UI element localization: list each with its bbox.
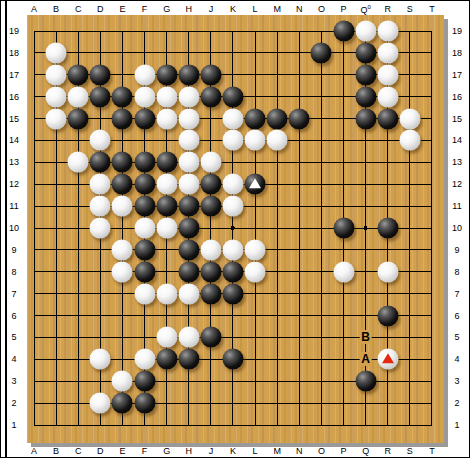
- row-label-right-8: 8: [454, 267, 459, 276]
- white-stone-E3: [112, 371, 133, 392]
- column-label-bottom-J: J: [209, 447, 214, 456]
- point-letter-A: A: [359, 352, 372, 366]
- row-label-right-16: 16: [452, 92, 462, 101]
- black-stone-C15: [68, 108, 89, 129]
- row-label-left-16: 16: [9, 92, 19, 101]
- white-stone-H7: [178, 283, 199, 304]
- black-stone-E12: [112, 174, 133, 195]
- black-stone-R10: [377, 218, 398, 239]
- row-label-left-2: 2: [11, 399, 16, 408]
- black-stone-C17: [68, 64, 89, 85]
- white-stone-H12: [178, 174, 199, 195]
- black-stone-H8: [178, 261, 199, 282]
- row-label-left-4: 4: [11, 355, 16, 364]
- white-stone-G7: [156, 283, 177, 304]
- black-stone-F3: [134, 371, 155, 392]
- column-label-bottom-C: C: [75, 447, 82, 456]
- black-stone-J12: [200, 174, 221, 195]
- black-stone-L15: [245, 108, 266, 129]
- column-label-top-G: G: [163, 5, 170, 14]
- white-stone-K15: [222, 108, 243, 129]
- column-label-bottom-B: B: [53, 447, 59, 456]
- black-stone-Q18: [355, 42, 376, 63]
- column-label-bottom-R: R: [385, 447, 392, 456]
- black-stone-H9: [178, 239, 199, 260]
- black-stone-H10: [178, 218, 199, 239]
- white-stone-R8: [377, 261, 398, 282]
- column-label-top-K: K: [230, 5, 236, 14]
- white-stone-C13: [68, 152, 89, 173]
- white-stone-F16: [134, 86, 155, 107]
- white-stone-D2: [90, 393, 111, 414]
- black-stone-G17: [156, 64, 177, 85]
- white-stone-L14: [245, 130, 266, 151]
- row-label-right-3: 3: [454, 377, 459, 386]
- white-stone-K14: [222, 130, 243, 151]
- black-stone-G4: [156, 349, 177, 370]
- white-stone-F10: [134, 218, 155, 239]
- white-stone-C16: [68, 86, 89, 107]
- column-label-bottom-Q: Q: [362, 447, 369, 456]
- column-label-bottom-D: D: [97, 447, 104, 456]
- white-stone-D11: [90, 196, 111, 217]
- black-stone-R6: [377, 305, 398, 326]
- row-label-right-17: 17: [452, 70, 462, 79]
- white-stone-G15: [156, 108, 177, 129]
- white-stone-B15: [46, 108, 67, 129]
- white-stone-G12: [156, 174, 177, 195]
- black-stone-E2: [112, 393, 133, 414]
- black-stone-Q3: [355, 371, 376, 392]
- white-stone-R16: [377, 86, 398, 107]
- black-stone-Q17: [355, 64, 376, 85]
- row-label-right-1: 1: [454, 421, 459, 430]
- column-label-top-R: R: [385, 5, 392, 14]
- column-label-top-B: B: [53, 5, 59, 14]
- row-label-right-7: 7: [454, 289, 459, 298]
- row-label-left-10: 10: [9, 224, 19, 233]
- white-stone-D12: [90, 174, 111, 195]
- white-stone-E11: [112, 196, 133, 217]
- black-stone-N15: [289, 108, 310, 129]
- black-stone-K4: [222, 349, 243, 370]
- white-stone-J13: [200, 152, 221, 173]
- row-label-right-12: 12: [452, 180, 462, 189]
- row-label-right-18: 18: [452, 48, 462, 57]
- white-stone-H5: [178, 327, 199, 348]
- column-label-bottom-M: M: [273, 447, 281, 456]
- white-stone-G16: [156, 86, 177, 107]
- row-label-left-12: 12: [9, 180, 19, 189]
- white-stone-B18: [46, 42, 67, 63]
- white-stone-L8: [245, 261, 266, 282]
- black-stone-F12: [134, 174, 155, 195]
- triangle-mark-R4: [382, 354, 394, 364]
- black-stone-P19: [333, 21, 354, 42]
- black-stone-J16: [200, 86, 221, 107]
- frame-left-border: [5, 1, 7, 457]
- row-label-right-19: 19: [452, 27, 462, 36]
- row-label-right-4: 4: [454, 355, 459, 364]
- go-diagram-screenshot: ABCDEFGHJKLMNOPQ0RST ABCDEFGHJKLMNOPQRST…: [0, 0, 470, 458]
- column-label-top-P: P: [341, 5, 347, 14]
- white-stone-D10: [90, 218, 111, 239]
- column-label-top-D: D: [97, 5, 104, 14]
- row-label-left-17: 17: [9, 70, 19, 79]
- column-label-bottom-G: G: [163, 447, 170, 456]
- black-stone-J5: [200, 327, 221, 348]
- row-label-left-7: 7: [11, 289, 16, 298]
- column-label-top-L: L: [253, 5, 258, 14]
- white-stone-E8: [112, 261, 133, 282]
- black-stone-F8: [134, 261, 155, 282]
- black-stone-O18: [311, 42, 332, 63]
- column-label-bottom-T: T: [429, 447, 435, 456]
- black-stone-R15: [377, 108, 398, 129]
- column-label-bottom-O: O: [318, 447, 325, 456]
- black-stone-E13: [112, 152, 133, 173]
- black-stone-H4: [178, 349, 199, 370]
- row-label-right-10: 10: [452, 224, 462, 233]
- white-stone-F7: [134, 283, 155, 304]
- black-stone-H11: [178, 196, 199, 217]
- row-label-left-19: 19: [9, 27, 19, 36]
- row-label-left-15: 15: [9, 114, 19, 123]
- row-label-right-11: 11: [452, 202, 461, 211]
- column-label-top-J: J: [209, 5, 214, 14]
- black-stone-K8: [222, 261, 243, 282]
- column-label-top-Q: Q0: [360, 3, 370, 15]
- column-label-top-A: A: [31, 5, 37, 14]
- white-stone-D14: [90, 130, 111, 151]
- black-stone-D13: [90, 152, 111, 173]
- white-stone-K12: [222, 174, 243, 195]
- black-stone-D16: [90, 86, 111, 107]
- triangle-mark-L12: [249, 178, 261, 188]
- white-stone-P8: [333, 261, 354, 282]
- column-label-top-F: F: [142, 5, 148, 14]
- white-stone-B17: [46, 64, 67, 85]
- white-stone-K9: [222, 239, 243, 260]
- row-label-right-15: 15: [452, 114, 462, 123]
- column-label-bottom-E: E: [119, 447, 125, 456]
- white-stone-F17: [134, 64, 155, 85]
- row-label-right-6: 6: [454, 311, 459, 320]
- white-stone-G10: [156, 218, 177, 239]
- white-stone-R18: [377, 42, 398, 63]
- black-stone-K16: [222, 86, 243, 107]
- white-stone-R19: [377, 21, 398, 42]
- white-stone-E9: [112, 239, 133, 260]
- black-stone-F11: [134, 196, 155, 217]
- white-stone-M14: [267, 130, 288, 151]
- black-stone-J11: [200, 196, 221, 217]
- black-stone-P10: [333, 218, 354, 239]
- white-stone-K11: [222, 196, 243, 217]
- point-letter-B: B: [359, 330, 372, 344]
- white-stone-R17: [377, 64, 398, 85]
- row-label-left-18: 18: [9, 48, 19, 57]
- row-label-left-8: 8: [11, 267, 16, 276]
- white-stone-H13: [178, 152, 199, 173]
- black-stone-H17: [178, 64, 199, 85]
- row-label-left-13: 13: [9, 158, 19, 167]
- row-label-left-11: 11: [9, 202, 18, 211]
- black-stone-Q15: [355, 108, 376, 129]
- white-stone-L9: [245, 239, 266, 260]
- row-label-left-1: 1: [11, 421, 16, 430]
- white-stone-Q19: [355, 21, 376, 42]
- black-stone-G11: [156, 196, 177, 217]
- row-label-right-14: 14: [452, 136, 462, 145]
- column-label-bottom-L: L: [253, 447, 258, 456]
- black-stone-Q16: [355, 86, 376, 107]
- black-stone-F15: [134, 108, 155, 129]
- column-label-top-H: H: [186, 5, 193, 14]
- column-label-bottom-F: F: [142, 447, 148, 456]
- black-stone-E15: [112, 108, 133, 129]
- black-stone-K7: [222, 283, 243, 304]
- row-label-right-2: 2: [454, 399, 459, 408]
- column-label-bottom-A: A: [31, 447, 37, 456]
- column-label-top-T: T: [429, 5, 435, 14]
- white-stone-D4: [90, 349, 111, 370]
- row-label-right-9: 9: [454, 245, 459, 254]
- black-stone-D17: [90, 64, 111, 85]
- row-label-right-13: 13: [452, 158, 462, 167]
- white-stone-H14: [178, 130, 199, 151]
- black-stone-F13: [134, 152, 155, 173]
- row-label-left-9: 9: [11, 245, 16, 254]
- row-label-right-5: 5: [454, 333, 459, 342]
- black-stone-F2: [134, 393, 155, 414]
- black-stone-F9: [134, 239, 155, 260]
- white-stone-H15: [178, 108, 199, 129]
- white-stone-G5: [156, 327, 177, 348]
- row-label-left-14: 14: [9, 136, 19, 145]
- white-stone-F4: [134, 349, 155, 370]
- black-stone-M15: [267, 108, 288, 129]
- black-stone-J8: [200, 261, 221, 282]
- column-label-top-M: M: [273, 5, 281, 14]
- row-label-left-3: 3: [11, 377, 16, 386]
- column-label-top-E: E: [119, 5, 125, 14]
- column-label-bottom-N: N: [296, 447, 303, 456]
- white-stone-H16: [178, 86, 199, 107]
- column-label-bottom-S: S: [407, 447, 413, 456]
- black-stone-J17: [200, 64, 221, 85]
- white-stone-S14: [399, 130, 420, 151]
- white-stone-S15: [399, 108, 420, 129]
- column-label-bottom-H: H: [186, 447, 193, 456]
- black-stone-G13: [156, 152, 177, 173]
- row-label-left-5: 5: [11, 333, 16, 342]
- column-label-bottom-K: K: [230, 447, 236, 456]
- column-label-top-O: O: [318, 5, 325, 14]
- black-stone-J7: [200, 283, 221, 304]
- white-stone-B16: [46, 86, 67, 107]
- black-stone-E16: [112, 86, 133, 107]
- row-label-left-6: 6: [11, 311, 16, 320]
- column-label-bottom-P: P: [341, 447, 347, 456]
- column-label-top-N: N: [296, 5, 303, 14]
- column-label-top-S: S: [407, 5, 413, 14]
- column-label-top-C: C: [75, 5, 82, 14]
- white-stone-J9: [200, 239, 221, 260]
